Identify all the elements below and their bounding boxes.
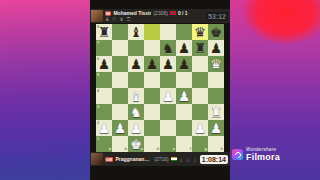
square-a3[interactable]: 3 <box>96 104 112 120</box>
bottom-player-rating: (2716) <box>154 156 168 162</box>
video-frame: IM Mohamed Tissir (2306) 0 / 1 ♙ ♘ ♗ ♖ 5… <box>0 0 320 180</box>
black-pawn-e6: ♟ <box>160 56 176 72</box>
watermark-company: Wondershare <box>246 148 280 153</box>
black-knight-e7: ♞ <box>160 40 176 56</box>
square-d8[interactable] <box>144 24 160 40</box>
black-pawn-f6: ♟ <box>176 56 192 72</box>
square-e4[interactable]: ♟ <box>160 88 176 104</box>
top-captured-pieces-tray: ♙ ♘ ♗ ♖ <box>105 17 206 22</box>
square-g2[interactable]: ♟ <box>192 120 208 136</box>
square-d2[interactable] <box>144 120 160 136</box>
square-h3[interactable]: ♜ <box>208 104 224 120</box>
black-queen-g8: ♛ <box>192 24 208 40</box>
square-f2[interactable] <box>176 120 192 136</box>
square-d3[interactable] <box>144 104 160 120</box>
white-pawn-b2: ♟ <box>112 120 128 136</box>
watermark-product: Filmora <box>246 153 280 162</box>
square-g7[interactable]: ♜ <box>192 40 208 56</box>
square-d4[interactable] <box>144 88 160 104</box>
square-c4[interactable]: ♝ <box>128 88 144 104</box>
square-c7[interactable] <box>128 40 144 56</box>
file-label-h: h <box>221 147 223 151</box>
bottom-player-avatar[interactable] <box>91 153 103 165</box>
black-rook-g7: ♜ <box>192 40 208 56</box>
square-c1[interactable]: ♚c <box>128 136 144 152</box>
square-h2[interactable]: ♟ <box>208 120 224 136</box>
square-c2[interactable]: ♟ <box>128 120 144 136</box>
white-pawn-c2: ♟ <box>128 120 144 136</box>
rank-label-8: 8 <box>97 25 99 29</box>
white-bishop-c4: ♝ <box>128 88 144 104</box>
square-e6[interactable]: ♟ <box>160 56 176 72</box>
file-label-a: a <box>109 147 111 151</box>
white-pawn-f4: ♟ <box>176 88 192 104</box>
file-label-f: f <box>190 147 191 151</box>
rank-label-7: 7 <box>97 41 99 45</box>
rank-label-3: 3 <box>97 105 99 109</box>
square-f6[interactable]: ♟ <box>176 56 192 72</box>
top-player-title-badge: IM <box>105 11 111 16</box>
square-b7[interactable] <box>112 40 128 56</box>
chess-board: ♜8♝♛♚7♞♟♜♟♟6♟♟♟♟♛54♝♟♟3♞♜♟2♟♟♟♟1ab♚cdefg… <box>96 24 224 152</box>
square-f7[interactable]: ♟ <box>176 40 192 56</box>
rank-label-2: 2 <box>97 121 99 125</box>
square-c3[interactable]: ♞ <box>128 104 144 120</box>
square-d7[interactable] <box>144 40 160 56</box>
square-g5[interactable] <box>192 72 208 88</box>
black-bishop-c8: ♝ <box>128 24 144 40</box>
white-pawn-e4: ♟ <box>160 88 176 104</box>
square-d1[interactable]: d <box>144 136 160 152</box>
white-rook-h3: ♜ <box>208 104 224 120</box>
file-label-d: d <box>157 147 159 151</box>
match-score: 0 / 1 <box>178 10 188 16</box>
square-a5[interactable]: 5 <box>96 72 112 88</box>
square-a2[interactable]: ♟2 <box>96 120 112 136</box>
india-flag-icon <box>171 157 177 161</box>
square-b1[interactable]: b <box>112 136 128 152</box>
black-king-h8: ♚ <box>208 24 224 40</box>
square-f5[interactable] <box>176 72 192 88</box>
background-gradient-left <box>0 0 90 180</box>
top-player-rating: (2306) <box>153 10 167 16</box>
square-e3[interactable] <box>160 104 176 120</box>
square-h4[interactable] <box>208 88 224 104</box>
square-f3[interactable] <box>176 104 192 120</box>
square-g8[interactable]: ♛ <box>192 24 208 40</box>
square-d5[interactable] <box>144 72 160 88</box>
square-h1[interactable]: h <box>208 136 224 152</box>
top-player-bar: IM Mohamed Tissir (2306) 0 / 1 ♙ ♘ ♗ ♖ 5… <box>90 9 230 23</box>
square-b4[interactable] <box>112 88 128 104</box>
top-player-clock: 53:12 <box>206 12 228 21</box>
square-e7[interactable]: ♞ <box>160 40 176 56</box>
white-pawn-g2: ♟ <box>192 120 208 136</box>
square-a6[interactable]: ♟6 <box>96 56 112 72</box>
square-e1[interactable]: e <box>160 136 176 152</box>
bottom-player-bar: GM Praggnanandhaa Rameshb... (2716) ♟ ♞ … <box>90 152 230 166</box>
black-pawn-d6: ♟ <box>144 56 160 72</box>
square-g4[interactable] <box>192 88 208 104</box>
square-g6[interactable] <box>192 56 208 72</box>
square-b6[interactable] <box>112 56 128 72</box>
square-a7[interactable]: 7 <box>96 40 112 56</box>
rank-label-6: 6 <box>97 57 99 61</box>
square-c8[interactable]: ♝ <box>128 24 144 40</box>
square-d6[interactable]: ♟ <box>144 56 160 72</box>
square-f4[interactable]: ♟ <box>176 88 192 104</box>
square-b5[interactable] <box>112 72 128 88</box>
white-queen-h6: ♛ <box>208 56 224 72</box>
rank-label-5: 5 <box>97 73 99 77</box>
square-a8[interactable]: ♜8 <box>96 24 112 40</box>
square-g3[interactable] <box>192 104 208 120</box>
file-label-e: e <box>173 147 175 151</box>
white-knight-c3: ♞ <box>128 104 144 120</box>
rank-label-4: 4 <box>97 89 99 93</box>
square-e2[interactable] <box>160 120 176 136</box>
bottom-player-clock: 1:08:14 <box>200 155 228 164</box>
bottom-captured-pieces-tray: ♟ ♞ ♝ <box>179 157 198 162</box>
square-b2[interactable]: ♟ <box>112 120 128 136</box>
game-panel: IM Mohamed Tissir (2306) 0 / 1 ♙ ♘ ♗ ♖ 5… <box>90 0 230 180</box>
top-player-avatar[interactable] <box>91 10 103 22</box>
square-h8[interactable]: ♚ <box>208 24 224 40</box>
square-e5[interactable] <box>160 72 176 88</box>
bottom-player-name[interactable]: Praggnanandhaa Rameshb... <box>115 156 152 162</box>
morocco-flag-icon <box>170 11 176 15</box>
file-label-g: g <box>205 147 207 151</box>
file-label-c: c <box>141 147 143 151</box>
rank-label-1: 1 <box>97 137 99 141</box>
square-f8[interactable] <box>176 24 192 40</box>
square-h5[interactable] <box>208 72 224 88</box>
square-c5[interactable] <box>128 72 144 88</box>
file-label-b: b <box>125 147 127 151</box>
square-f1[interactable]: f <box>176 136 192 152</box>
square-c6[interactable]: ♟ <box>128 56 144 72</box>
square-b3[interactable] <box>112 104 128 120</box>
black-pawn-h7: ♟ <box>208 40 224 56</box>
black-pawn-f7: ♟ <box>176 40 192 56</box>
square-a1[interactable]: 1a <box>96 136 112 152</box>
bottom-player-title-badge: GM <box>105 157 113 162</box>
square-h7[interactable]: ♟ <box>208 40 224 56</box>
square-a4[interactable]: 4 <box>96 88 112 104</box>
filmora-watermark: Wondershare Filmora <box>232 148 280 162</box>
square-e8[interactable] <box>160 24 176 40</box>
black-pawn-c6: ♟ <box>128 56 144 72</box>
square-g1[interactable]: g <box>192 136 208 152</box>
white-pawn-h2: ♟ <box>208 120 224 136</box>
square-b8[interactable] <box>112 24 128 40</box>
square-h6[interactable]: ♛ <box>208 56 224 72</box>
filmora-logo-icon <box>232 149 243 160</box>
